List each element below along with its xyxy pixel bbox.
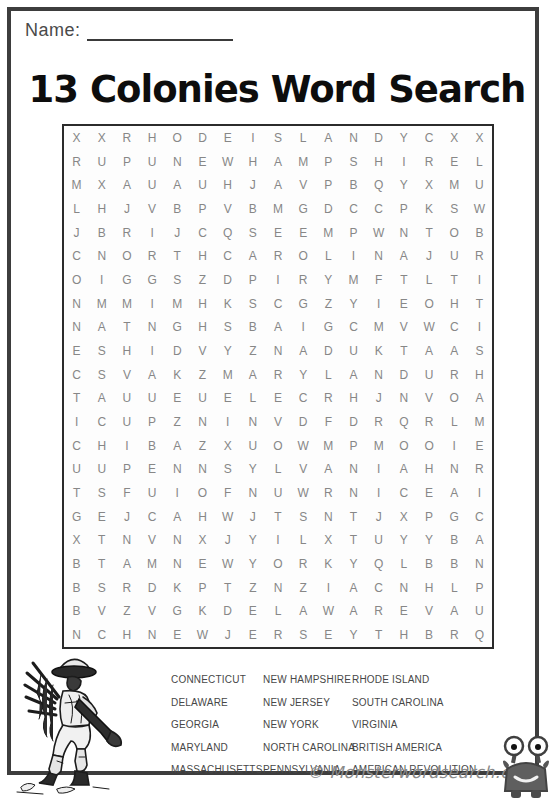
grid-cell-r14c15: O xyxy=(416,434,441,458)
grid-cell-r18c7: J xyxy=(215,529,240,553)
grid-cell-r5c5: J xyxy=(165,221,190,245)
grid-cell-r4c15: K xyxy=(416,197,441,221)
grid-cell-r12c9: E xyxy=(265,386,290,410)
grid-cell-r8c5: M xyxy=(165,292,190,316)
grid-cell-r2c1: R xyxy=(64,150,89,174)
grid-cell-r6c5: T xyxy=(165,244,190,268)
grid-cell-r14c17: E xyxy=(467,434,492,458)
grid-cell-r20c17: P xyxy=(467,576,492,600)
grid-cell-r5c10: E xyxy=(291,221,316,245)
grid-cell-r2c16: E xyxy=(442,150,467,174)
grid-cell-r6c17: R xyxy=(467,244,492,268)
grid-cell-r4c16: S xyxy=(442,197,467,221)
grid-cell-r6c14: A xyxy=(391,244,416,268)
grid-cell-r6c2: N xyxy=(89,244,114,268)
grid-cell-r6c4: R xyxy=(140,244,165,268)
grid-cell-r14c7: X xyxy=(215,434,240,458)
page-title: 13 Colonies Word Search xyxy=(0,68,554,111)
grid-cell-r4c4: V xyxy=(140,197,165,221)
grid-cell-r15c10: V xyxy=(291,458,316,482)
word-item-georgia: GEORGIA xyxy=(171,714,263,737)
grid-cell-r17c9: T xyxy=(265,505,290,529)
grid-cell-r10c1: E xyxy=(64,339,89,363)
grid-cell-r5c8: S xyxy=(240,221,265,245)
grid-cell-r18c13: U xyxy=(366,529,391,553)
grid-cell-r12c1: T xyxy=(64,386,89,410)
grid-cell-r5c16: O xyxy=(442,221,467,245)
grid-cell-r22c4: N xyxy=(140,623,165,647)
grid-cell-r16c4: U xyxy=(140,481,165,505)
grid-cell-r1c10: L xyxy=(291,126,316,150)
word-search-grid: XXRHODEISLANDYCXXRUPUNEWHAMPSHIRELMXAUAU… xyxy=(62,124,494,649)
grid-cell-r20c11: I xyxy=(316,576,341,600)
grid-cell-r5c4: I xyxy=(140,221,165,245)
grid-cell-r2c8: H xyxy=(240,150,265,174)
grid-cell-r3c4: U xyxy=(140,173,165,197)
grid-cell-r15c16: N xyxy=(442,458,467,482)
grid-cell-r8c13: I xyxy=(366,292,391,316)
grid-cell-r17c12: T xyxy=(341,505,366,529)
grid-cell-r1c12: N xyxy=(341,126,366,150)
grid-cell-r9c11: G xyxy=(316,315,341,339)
grid-cell-r1c11: A xyxy=(316,126,341,150)
grid-cell-r19c6: E xyxy=(190,552,215,576)
grid-cell-r6c16: U xyxy=(442,244,467,268)
grid-cell-r22c14: H xyxy=(391,623,416,647)
grid-cell-r1c14: Y xyxy=(391,126,416,150)
grid-cell-r22c13: T xyxy=(366,623,391,647)
grid-cell-r21c12: A xyxy=(341,600,366,624)
grid-cell-r10c17: S xyxy=(467,339,492,363)
grid-cell-r17c16: G xyxy=(442,505,467,529)
grid-cell-r14c12: P xyxy=(341,434,366,458)
grid-cell-r3c13: Q xyxy=(366,173,391,197)
grid-cell-r5c11: M xyxy=(316,221,341,245)
grid-cell-r14c14: O xyxy=(391,434,416,458)
grid-cell-r18c3: N xyxy=(114,529,139,553)
grid-cell-r2c3: P xyxy=(114,150,139,174)
grid-cell-r2c10: M xyxy=(291,150,316,174)
grid-cell-r9c5: G xyxy=(165,315,190,339)
grid-cell-r18c15: Y xyxy=(416,529,441,553)
grid-cell-r7c6: Z xyxy=(190,268,215,292)
grid-cell-r2c7: W xyxy=(215,150,240,174)
grid-cell-r11c7: M xyxy=(215,363,240,387)
grid-cell-r1c4: H xyxy=(140,126,165,150)
grid-cell-r8c3: M xyxy=(114,292,139,316)
name-label: Name: xyxy=(25,20,81,40)
grid-cell-r3c8: J xyxy=(240,173,265,197)
grid-cell-r4c3: J xyxy=(114,197,139,221)
grid-cell-r3c11: P xyxy=(316,173,341,197)
grid-cell-r11c10: Y xyxy=(291,363,316,387)
grid-cell-r21c4: V xyxy=(140,600,165,624)
monster-mascot-icon xyxy=(499,735,553,799)
grid-cell-r3c16: M xyxy=(442,173,467,197)
grid-cell-r16c11: R xyxy=(316,481,341,505)
grid-cell-r12c17: A xyxy=(467,386,492,410)
grid-cell-r12c5: E xyxy=(165,386,190,410)
grid-cell-r10c16: A xyxy=(442,339,467,363)
grid-cell-r8c1: N xyxy=(64,292,89,316)
grid-cell-r16c8: N xyxy=(240,481,265,505)
grid-cell-r4c11: D xyxy=(316,197,341,221)
grid-cell-r2c4: U xyxy=(140,150,165,174)
grid-cell-r19c3: A xyxy=(114,552,139,576)
grid-cell-r3c5: A xyxy=(165,173,190,197)
grid-cell-r19c7: W xyxy=(215,552,240,576)
grid-cell-r17c8: J xyxy=(240,505,265,529)
grid-cell-r16c16: A xyxy=(442,481,467,505)
grid-cell-r21c16: A xyxy=(442,600,467,624)
grid-cell-r9c8: B xyxy=(240,315,265,339)
grid-cell-r12c7: E xyxy=(215,386,240,410)
grid-cell-r17c14: X xyxy=(391,505,416,529)
grid-cell-r3c3: A xyxy=(114,173,139,197)
grid-cell-r5c7: Q xyxy=(215,221,240,245)
grid-cell-r3c17: U xyxy=(467,173,492,197)
grid-cell-r14c16: I xyxy=(442,434,467,458)
grid-cell-r19c10: R xyxy=(291,552,316,576)
grid-cell-r18c10: L xyxy=(291,529,316,553)
grid-cell-r11c3: V xyxy=(114,363,139,387)
grid-cell-r22c9: R xyxy=(265,623,290,647)
grid-cell-r3c1: M xyxy=(64,173,89,197)
grid-cell-r17c6: H xyxy=(190,505,215,529)
grid-cell-r11c12: A xyxy=(341,363,366,387)
grid-cell-r20c13: C xyxy=(366,576,391,600)
name-row: Name: xyxy=(25,20,233,41)
grid-cell-r7c16: T xyxy=(442,268,467,292)
grid-cell-r18c5: N xyxy=(165,529,190,553)
grid-cell-r18c6: X xyxy=(190,529,215,553)
grid-cell-r3c15: X xyxy=(416,173,441,197)
grid-cell-r2c9: A xyxy=(265,150,290,174)
grid-cell-r13c8: N xyxy=(240,410,265,434)
grid-cell-r11c17: H xyxy=(467,363,492,387)
grid-cell-r6c8: A xyxy=(240,244,265,268)
grid-cell-r13c15: R xyxy=(416,410,441,434)
grid-cell-r19c4: M xyxy=(140,552,165,576)
grid-cell-r2c2: U xyxy=(89,150,114,174)
grid-cell-r3c14: Y xyxy=(391,173,416,197)
grid-cell-r13c6: N xyxy=(190,410,215,434)
grid-cell-r22c1: N xyxy=(64,623,89,647)
word-item-rhode-island: RHODE ISLAND xyxy=(352,669,512,692)
grid-cell-r15c1: U xyxy=(64,458,89,482)
grid-cell-r15c6: N xyxy=(190,458,215,482)
grid-cell-r3c7: H xyxy=(215,173,240,197)
grid-cell-r15c12: N xyxy=(341,458,366,482)
grid-cell-r20c16: L xyxy=(442,576,467,600)
grid-cell-r13c10: D xyxy=(291,410,316,434)
grid-cell-r16c14: C xyxy=(391,481,416,505)
grid-cell-r6c10: O xyxy=(291,244,316,268)
grid-cell-r21c7: D xyxy=(215,600,240,624)
head xyxy=(67,677,81,692)
grid-cell-r21c10: A xyxy=(291,600,316,624)
grid-cell-r4c5: B xyxy=(165,197,190,221)
grid-cell-r22c2: C xyxy=(89,623,114,647)
grid-cell-r7c13: F xyxy=(366,268,391,292)
grid-cell-r4c13: C xyxy=(366,197,391,221)
grid-cell-r4c2: H xyxy=(89,197,114,221)
grid-cell-r16c12: N xyxy=(341,481,366,505)
grid-cell-r5c13: W xyxy=(366,221,391,245)
grid-cell-r5c12: P xyxy=(341,221,366,245)
grid-cell-r17c1: G xyxy=(64,505,89,529)
grid-cell-r19c1: B xyxy=(64,552,89,576)
grid-cell-r16c7: F xyxy=(215,481,240,505)
grid-cell-r21c5: G xyxy=(165,600,190,624)
grid-cell-r22c16: R xyxy=(442,623,467,647)
grid-cell-r15c11: A xyxy=(316,458,341,482)
grid-cell-r8c2: M xyxy=(89,292,114,316)
grid-cell-r22c10: S xyxy=(291,623,316,647)
grid-cell-r4c9: M xyxy=(265,197,290,221)
grid-cell-r10c9: N xyxy=(265,339,290,363)
grid-cell-r12c14: N xyxy=(391,386,416,410)
grid-cell-r8c9: C xyxy=(265,292,290,316)
grid-cell-r19c16: B xyxy=(442,552,467,576)
grid-cell-r11c8: A xyxy=(240,363,265,387)
grid-cell-r15c5: N xyxy=(165,458,190,482)
grid-cell-r5c3: R xyxy=(114,221,139,245)
grid-cell-r1c17: X xyxy=(467,126,492,150)
grid-cell-r15c14: A xyxy=(391,458,416,482)
grid-cell-r1c7: E xyxy=(215,126,240,150)
grid-cell-r7c5: S xyxy=(165,268,190,292)
grid-cell-r12c13: J xyxy=(366,386,391,410)
grid-cell-r9c9: A xyxy=(265,315,290,339)
grid-cell-r12c12: H xyxy=(341,386,366,410)
grid-cell-r11c14: D xyxy=(391,363,416,387)
grid-cell-r20c15: H xyxy=(416,576,441,600)
word-item-north-carolina: NORTH CAROLINA xyxy=(263,737,352,760)
grid-cell-r22c7: J xyxy=(215,623,240,647)
grid-cell-r3c12: B xyxy=(341,173,366,197)
grid-cell-r20c14: N xyxy=(391,576,416,600)
grid-cell-r18c17: A xyxy=(467,529,492,553)
grid-cell-r10c3: H xyxy=(114,339,139,363)
grid-cell-r19c13: Q xyxy=(366,552,391,576)
word-item-british-america: BRITISH AMERICA xyxy=(352,737,512,760)
grid-cell-r4c8: B xyxy=(240,197,265,221)
grid-cell-r19c2: T xyxy=(89,552,114,576)
grid-cell-r7c2: I xyxy=(89,268,114,292)
grid-cell-r14c9: O xyxy=(265,434,290,458)
grid-cell-r21c15: V xyxy=(416,600,441,624)
grid-cell-r11c13: N xyxy=(366,363,391,387)
grid-cell-r12c10: C xyxy=(291,386,316,410)
grid-cell-r19c9: O xyxy=(265,552,290,576)
grid-cell-r10c14: T xyxy=(391,339,416,363)
grid-cell-r20c6: P xyxy=(190,576,215,600)
grid-cell-r17c2: E xyxy=(89,505,114,529)
grid-cell-r8c16: H xyxy=(442,292,467,316)
grid-cell-r20c2: S xyxy=(89,576,114,600)
grid-cell-r18c11: X xyxy=(316,529,341,553)
grid-cell-r1c8: I xyxy=(240,126,265,150)
grid-cell-r15c13: I xyxy=(366,458,391,482)
grid-cell-r7c10: R xyxy=(291,268,316,292)
grid-cell-r9c3: T xyxy=(114,315,139,339)
grid-cell-r8c7: K xyxy=(215,292,240,316)
grid-cell-r22c3: H xyxy=(114,623,139,647)
grid-cell-r20c1: B xyxy=(64,576,89,600)
grid-cell-r8c8: S xyxy=(240,292,265,316)
grid-cell-r17c3: J xyxy=(114,505,139,529)
grid-cell-r2c17: L xyxy=(467,150,492,174)
grid-cell-r17c4: C xyxy=(140,505,165,529)
grid-cell-r15c3: P xyxy=(114,458,139,482)
grid-cell-r16c3: F xyxy=(114,481,139,505)
grid-cell-r15c7: S xyxy=(215,458,240,482)
grid-cell-r17c17: C xyxy=(467,505,492,529)
word-item-virginia: VIRGINIA xyxy=(352,714,512,737)
grid-cell-r20c5: K xyxy=(165,576,190,600)
grid-cell-r7c4: G xyxy=(140,268,165,292)
grid-cell-r14c13: M xyxy=(366,434,391,458)
grid-cell-r18c16: B xyxy=(442,529,467,553)
grid-cell-r19c8: Y xyxy=(240,552,265,576)
grid-cell-r21c6: K xyxy=(190,600,215,624)
grid-cell-r10c6: V xyxy=(190,339,215,363)
grid-cell-r21c2: V xyxy=(89,600,114,624)
ground xyxy=(17,783,109,794)
grid-cell-r18c9: I xyxy=(265,529,290,553)
grid-cell-r16c5: I xyxy=(165,481,190,505)
grid-cell-r8c4: I xyxy=(140,292,165,316)
grid-cell-r1c15: C xyxy=(416,126,441,150)
grid-cell-r10c8: Z xyxy=(240,339,265,363)
grid-cell-r7c9: I xyxy=(265,268,290,292)
grid-cell-r4c14: P xyxy=(391,197,416,221)
grid-cell-r14c6: Z xyxy=(190,434,215,458)
grid-cell-r9c10: I xyxy=(291,315,316,339)
grid-cell-r12c16: O xyxy=(442,386,467,410)
grid-cell-r22c11: E xyxy=(316,623,341,647)
grid-cell-r9c6: H xyxy=(190,315,215,339)
grid-cell-r6c7: C xyxy=(215,244,240,268)
grid-cell-r10c4: I xyxy=(140,339,165,363)
grid-cell-r16c9: U xyxy=(265,481,290,505)
grid-cell-r13c9: V xyxy=(265,410,290,434)
grid-cell-r3c6: U xyxy=(190,173,215,197)
grid-cell-r12c2: A xyxy=(89,386,114,410)
grid-cell-r8c12: Y xyxy=(341,292,366,316)
word-item-new-jersey: NEW JERSEY xyxy=(263,692,352,715)
grid-cell-r19c15: B xyxy=(416,552,441,576)
grid-cell-r16c10: W xyxy=(291,481,316,505)
grid-cell-r13c1: I xyxy=(64,410,89,434)
grid-cell-r22c5: E xyxy=(165,623,190,647)
grid-cell-r3c10: V xyxy=(291,173,316,197)
grid-cell-r6c3: O xyxy=(114,244,139,268)
grid-cell-r2c13: H xyxy=(366,150,391,174)
grid-cell-r16c17: I xyxy=(467,481,492,505)
grid-cell-r21c11: W xyxy=(316,600,341,624)
grid-cell-r8c11: Z xyxy=(316,292,341,316)
grid-cell-r13c7: I xyxy=(215,410,240,434)
grid-cell-r1c13: D xyxy=(366,126,391,150)
grid-cell-r4c10: G xyxy=(291,197,316,221)
grid-cell-r11c1: C xyxy=(64,363,89,387)
grid-cell-r17c13: J xyxy=(366,505,391,529)
word-item-massachusetts: MASSACHUSETTS xyxy=(171,759,263,782)
grid-cell-r20c9: N xyxy=(265,576,290,600)
grid-cell-r9c7: S xyxy=(215,315,240,339)
grid-cell-r4c7: V xyxy=(215,197,240,221)
grid-cell-r14c10: W xyxy=(291,434,316,458)
grid-cell-r5c1: J xyxy=(64,221,89,245)
grid-cell-r7c7: D xyxy=(215,268,240,292)
grid-cell-r10c5: D xyxy=(165,339,190,363)
grid-cell-r5c9: E xyxy=(265,221,290,245)
grid-cell-r9c4: N xyxy=(140,315,165,339)
grid-cell-r2c12: S xyxy=(341,150,366,174)
grid-cell-r19c14: L xyxy=(391,552,416,576)
grid-cell-r13c16: L xyxy=(442,410,467,434)
grid-cell-r11c9: R xyxy=(265,363,290,387)
grid-cell-r13c17: M xyxy=(467,410,492,434)
grid-cell-r4c12: C xyxy=(341,197,366,221)
grid-cell-r20c8: Z xyxy=(240,576,265,600)
grid-cell-r19c11: K xyxy=(316,552,341,576)
grid-cell-r19c17: N xyxy=(467,552,492,576)
grid-cell-r7c8: P xyxy=(240,268,265,292)
grid-cell-r17c5: A xyxy=(165,505,190,529)
grid-cell-r8c17: T xyxy=(467,292,492,316)
grid-cell-r21c14: E xyxy=(391,600,416,624)
grid-cell-r21c1: B xyxy=(64,600,89,624)
grid-cell-r13c11: F xyxy=(316,410,341,434)
grid-cell-r13c13: R xyxy=(366,410,391,434)
grid-cell-r6c11: L xyxy=(316,244,341,268)
hat xyxy=(52,659,96,678)
grid-cell-r18c8: Y xyxy=(240,529,265,553)
grid-cell-r15c9: L xyxy=(265,458,290,482)
grid-cell-r2c5: N xyxy=(165,150,190,174)
grid-cell-r19c12: Y xyxy=(341,552,366,576)
grid-cell-r1c6: D xyxy=(190,126,215,150)
grid-cell-r17c10: S xyxy=(291,505,316,529)
grid-cell-r9c15: W xyxy=(416,315,441,339)
grid-cell-r15c8: Y xyxy=(240,458,265,482)
grid-cell-r16c15: E xyxy=(416,481,441,505)
grid-cell-r17c7: W xyxy=(215,505,240,529)
grid-cell-r15c17: R xyxy=(467,458,492,482)
grid-cell-r21c9: L xyxy=(265,600,290,624)
grid-cell-r22c15: B xyxy=(416,623,441,647)
grid-cell-r22c6: W xyxy=(190,623,215,647)
grid-cell-r11c16: R xyxy=(442,363,467,387)
grid-cell-r6c9: R xyxy=(265,244,290,268)
grid-cell-r9c2: A xyxy=(89,315,114,339)
grid-cell-r6c1: C xyxy=(64,244,89,268)
grid-cell-r4c17: W xyxy=(467,197,492,221)
grid-cell-r13c3: U xyxy=(114,410,139,434)
grid-cell-r12c15: V xyxy=(416,386,441,410)
grid-cell-r10c11: D xyxy=(316,339,341,363)
grid-cell-r14c11: M xyxy=(316,434,341,458)
grid-cell-r15c15: H xyxy=(416,458,441,482)
grid-cell-r17c15: P xyxy=(416,505,441,529)
grid-cell-r10c2: S xyxy=(89,339,114,363)
grid-cell-r10c15: A xyxy=(416,339,441,363)
grid-cell-r13c14: Q xyxy=(391,410,416,434)
grid-cell-r11c6: Z xyxy=(190,363,215,387)
